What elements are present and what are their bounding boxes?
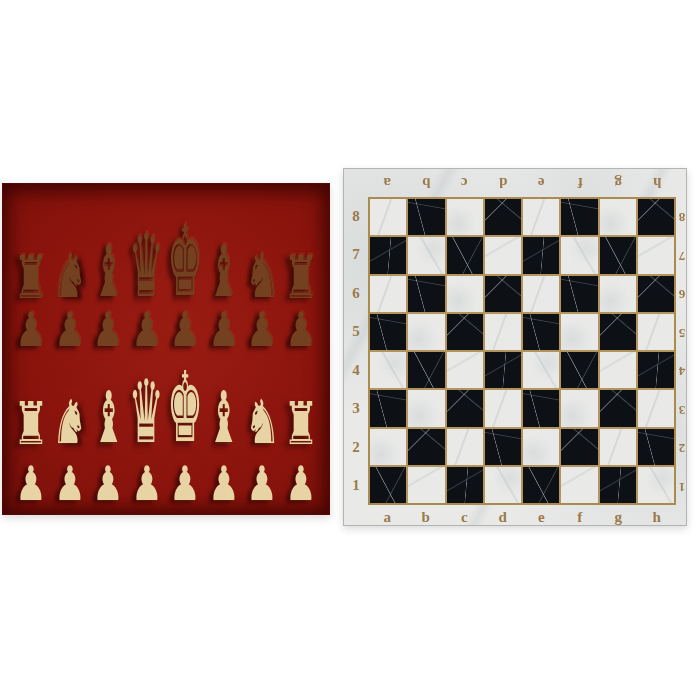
square-h1 <box>638 467 674 503</box>
tray-cell: ♟ <box>243 473 281 504</box>
tray-piece-light-pawn: ♟ <box>208 465 239 504</box>
files-bottom: abcdefgh <box>368 508 676 526</box>
chess-board: abcdefgh 87654321 87654321 abcdefgh <box>343 168 687 526</box>
tray-piece-dark-pawn: ♟ <box>208 311 239 350</box>
square-g4 <box>600 352 636 388</box>
square-b3 <box>408 390 444 426</box>
tray-cell: ♝ <box>89 264 127 302</box>
tray-piece-dark-pawn: ♟ <box>54 311 85 350</box>
square-c2 <box>447 429 483 465</box>
tray-piece-light-pawn: ♟ <box>131 465 162 504</box>
square-c4 <box>447 352 483 388</box>
square-h6 <box>638 276 674 312</box>
tray-piece-dark-queen: ♛ <box>129 230 164 302</box>
coord-label: 3 <box>344 390 368 429</box>
board-grid <box>368 197 676 505</box>
coord-label: 6 <box>676 274 688 313</box>
square-f4 <box>561 352 597 388</box>
tray-piece-light-rook: ♜ <box>13 400 49 448</box>
tray-cell: ♞ <box>51 264 89 302</box>
coord-label: a <box>368 508 407 526</box>
coord-label: c <box>445 173 484 193</box>
square-a5 <box>370 314 406 350</box>
coord-label: g <box>599 173 638 193</box>
tray-piece-dark-pawn: ♟ <box>285 311 316 350</box>
square-a2 <box>370 429 406 465</box>
piece-tray: ♜♞♝♛♚♝♞♜ ♟♟♟♟♟♟♟♟ ♜♞♝♛♚♝♞♜ ♟♟♟♟♟♟♟♟ <box>2 183 330 515</box>
coord-label: 4 <box>344 351 368 390</box>
tray-piece-light-pawn: ♟ <box>170 465 201 504</box>
square-b8 <box>408 199 444 235</box>
tray-piece-dark-rook: ♜ <box>13 254 49 302</box>
tray-cell: ♜ <box>282 268 320 302</box>
coord-label: 2 <box>344 428 368 467</box>
tray-cell: ♟ <box>89 319 127 350</box>
coord-label: d <box>484 173 523 193</box>
coord-label: g <box>599 508 638 526</box>
square-b4 <box>408 352 444 388</box>
square-h7 <box>638 237 674 273</box>
tray-piece-light-rook: ♜ <box>283 400 319 448</box>
square-d6 <box>485 276 521 312</box>
coord-label: 3 <box>676 390 688 429</box>
square-d8 <box>485 199 521 235</box>
square-f5 <box>561 314 597 350</box>
square-a1 <box>370 467 406 503</box>
tray-piece-light-knight: ♞ <box>51 398 87 448</box>
tray-cell: ♟ <box>282 473 320 504</box>
tray-cell: ♟ <box>12 473 50 504</box>
square-g7 <box>600 237 636 273</box>
tray-cell: ♚ <box>166 258 204 302</box>
square-d7 <box>485 237 521 273</box>
tray-piece-light-pawn: ♟ <box>15 465 46 504</box>
square-c8 <box>447 199 483 235</box>
square-g8 <box>600 199 636 235</box>
tray-cell: ♚ <box>166 404 204 448</box>
square-e4 <box>523 352 559 388</box>
square-d2 <box>485 429 521 465</box>
square-f7 <box>561 237 597 273</box>
tray-cell: ♝ <box>89 410 127 448</box>
tray-piece-light-pawn: ♟ <box>92 465 123 504</box>
product-photo-canvas: ♜♞♝♛♚♝♞♜ ♟♟♟♟♟♟♟♟ ♜♞♝♛♚♝♞♜ ♟♟♟♟♟♟♟♟ abcd… <box>0 0 700 700</box>
tray-row-light-back: ♜♞♝♛♚♝♞♜ <box>3 356 329 448</box>
tray-cell: ♟ <box>166 473 204 504</box>
square-f6 <box>561 276 597 312</box>
square-a8 <box>370 199 406 235</box>
square-g2 <box>600 429 636 465</box>
ranks-left: 87654321 <box>344 197 368 505</box>
square-d4 <box>485 352 521 388</box>
square-e1 <box>523 467 559 503</box>
tray-piece-light-queen: ♛ <box>129 376 164 448</box>
tray-piece-dark-rook: ♜ <box>283 254 319 302</box>
coord-label: 7 <box>676 236 688 275</box>
coord-label: 4 <box>676 351 688 390</box>
tray-cell: ♟ <box>166 319 204 350</box>
coord-label: b <box>407 173 446 193</box>
tray-piece-dark-bishop: ♝ <box>92 244 125 302</box>
coord-label: 8 <box>676 197 688 236</box>
square-c6 <box>447 276 483 312</box>
tray-piece-dark-pawn: ♟ <box>131 311 162 350</box>
square-c7 <box>447 237 483 273</box>
square-d1 <box>485 467 521 503</box>
square-g1 <box>600 467 636 503</box>
square-a6 <box>370 276 406 312</box>
tray-row-light-pawns: ♟♟♟♟♟♟♟♟ <box>3 454 329 504</box>
square-b2 <box>408 429 444 465</box>
tray-piece-light-knight: ♞ <box>244 398 280 448</box>
tray-cell: ♟ <box>205 319 243 350</box>
square-g6 <box>600 276 636 312</box>
square-b6 <box>408 276 444 312</box>
square-a7 <box>370 237 406 273</box>
tray-piece-light-bishop: ♝ <box>207 390 240 448</box>
tray-cell: ♝ <box>205 410 243 448</box>
tray-cell: ♞ <box>243 264 281 302</box>
coord-label: e <box>522 173 561 193</box>
tray-cell: ♟ <box>243 319 281 350</box>
square-e8 <box>523 199 559 235</box>
tray-cell: ♞ <box>243 410 281 448</box>
tray-cell: ♜ <box>12 268 50 302</box>
square-a4 <box>370 352 406 388</box>
square-h3 <box>638 390 674 426</box>
coord-label: h <box>638 173 677 193</box>
coord-label: 1 <box>676 467 688 506</box>
tray-cell: ♝ <box>205 264 243 302</box>
coord-label: 5 <box>676 313 688 352</box>
square-a3 <box>370 390 406 426</box>
square-e3 <box>523 390 559 426</box>
square-f8 <box>561 199 597 235</box>
square-b5 <box>408 314 444 350</box>
square-c5 <box>447 314 483 350</box>
square-h2 <box>638 429 674 465</box>
coord-label: d <box>484 508 523 526</box>
coord-label: 5 <box>344 313 368 352</box>
tray-piece-dark-pawn: ♟ <box>170 311 201 350</box>
tray-piece-dark-bishop: ♝ <box>207 244 240 302</box>
coord-label: 8 <box>344 197 368 236</box>
coord-label: e <box>522 508 561 526</box>
ranks-right: 87654321 <box>676 197 688 505</box>
coord-label: f <box>561 173 600 193</box>
tray-piece-dark-pawn: ♟ <box>92 311 123 350</box>
tray-piece-light-pawn: ♟ <box>247 465 278 504</box>
tray-piece-light-bishop: ♝ <box>92 390 125 448</box>
square-f3 <box>561 390 597 426</box>
tray-piece-light-king: ♚ <box>167 368 203 448</box>
square-d3 <box>485 390 521 426</box>
tray-piece-dark-pawn: ♟ <box>15 311 46 350</box>
square-e2 <box>523 429 559 465</box>
coord-label: h <box>638 508 677 526</box>
tray-row-dark-back: ♜♞♝♛♚♝♞♜ <box>3 184 329 302</box>
square-g5 <box>600 314 636 350</box>
tray-piece-dark-knight: ♞ <box>51 252 87 302</box>
square-c3 <box>447 390 483 426</box>
square-e5 <box>523 314 559 350</box>
coord-label: 7 <box>344 236 368 275</box>
square-h4 <box>638 352 674 388</box>
tray-cell: ♞ <box>51 410 89 448</box>
square-d5 <box>485 314 521 350</box>
tray-piece-dark-pawn: ♟ <box>247 311 278 350</box>
tray-cell: ♟ <box>12 319 50 350</box>
coord-label: 2 <box>676 428 688 467</box>
tray-cell: ♜ <box>282 414 320 448</box>
coord-label: f <box>561 508 600 526</box>
tray-cell: ♟ <box>51 473 89 504</box>
coord-label: 1 <box>344 467 368 506</box>
coord-label: a <box>368 173 407 193</box>
square-f2 <box>561 429 597 465</box>
tray-cell: ♟ <box>205 473 243 504</box>
files-top: abcdefgh <box>368 173 676 193</box>
tray-cell: ♜ <box>12 414 50 448</box>
tray-piece-light-pawn: ♟ <box>54 465 85 504</box>
tray-piece-dark-knight: ♞ <box>244 252 280 302</box>
coord-label: b <box>407 508 446 526</box>
square-e7 <box>523 237 559 273</box>
square-f1 <box>561 467 597 503</box>
tray-cell: ♟ <box>282 319 320 350</box>
tray-cell: ♟ <box>128 473 166 504</box>
square-b7 <box>408 237 444 273</box>
tray-piece-dark-king: ♚ <box>167 222 203 302</box>
tray-cell: ♛ <box>128 405 166 448</box>
tray-cell: ♟ <box>51 319 89 350</box>
tray-cell: ♛ <box>128 259 166 302</box>
square-h8 <box>638 199 674 235</box>
square-e6 <box>523 276 559 312</box>
square-c1 <box>447 467 483 503</box>
square-h5 <box>638 314 674 350</box>
tray-piece-light-pawn: ♟ <box>285 465 316 504</box>
coord-label: 6 <box>344 274 368 313</box>
square-b1 <box>408 467 444 503</box>
tray-cell: ♟ <box>128 319 166 350</box>
tray-cell: ♟ <box>89 473 127 504</box>
square-g3 <box>600 390 636 426</box>
coord-label: c <box>445 508 484 526</box>
